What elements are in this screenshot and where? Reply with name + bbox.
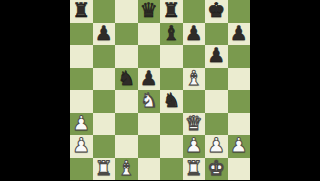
square-d1[interactable] [138,158,161,181]
square-c8[interactable] [115,0,138,23]
square-g4[interactable] [205,90,228,113]
square-c5[interactable]: ♞ [115,68,138,91]
square-b7[interactable]: ♟ [93,23,116,46]
piece-white-pawn[interactable]: ♟ [230,135,248,157]
square-b1[interactable]: ♜ [93,158,116,181]
square-b5[interactable] [93,68,116,91]
square-e4[interactable]: ♞ [160,90,183,113]
square-b8[interactable] [93,0,116,23]
square-h3[interactable] [228,113,251,136]
square-e2[interactable] [160,135,183,158]
piece-black-bishop[interactable]: ♝ [162,23,180,45]
piece-white-bishop[interactable]: ♝ [117,158,135,180]
piece-white-pawn[interactable]: ♟ [72,113,90,135]
square-d5[interactable]: ♟ [138,68,161,91]
app-background: ♜♛♜♚♟♝♟♟♟♞♟♝♞♞♟♛♟♟♟♟♜♝♜♚ [0,0,320,180]
piece-black-pawn[interactable]: ♟ [95,23,113,45]
piece-white-rook[interactable]: ♜ [95,158,113,180]
square-e5[interactable] [160,68,183,91]
square-h4[interactable] [228,90,251,113]
square-c1[interactable]: ♝ [115,158,138,181]
square-h7[interactable]: ♟ [228,23,251,46]
square-f8[interactable] [183,0,206,23]
piece-white-queen[interactable]: ♛ [185,113,203,135]
square-c4[interactable] [115,90,138,113]
square-d6[interactable] [138,45,161,68]
square-a8[interactable]: ♜ [70,0,93,23]
square-h6[interactable] [228,45,251,68]
square-h8[interactable] [228,0,251,23]
square-d3[interactable] [138,113,161,136]
piece-white-pawn[interactable]: ♟ [72,135,90,157]
square-a5[interactable] [70,68,93,91]
square-g2[interactable]: ♟ [205,135,228,158]
piece-black-pawn[interactable]: ♟ [207,45,225,67]
square-b3[interactable] [93,113,116,136]
square-a1[interactable] [70,158,93,181]
square-h1[interactable] [228,158,251,181]
piece-black-rook[interactable]: ♜ [72,0,90,22]
piece-white-rook[interactable]: ♜ [185,158,203,180]
square-d7[interactable] [138,23,161,46]
piece-black-knight[interactable]: ♞ [162,90,180,112]
square-e8[interactable]: ♜ [160,0,183,23]
square-d2[interactable] [138,135,161,158]
square-f5[interactable]: ♝ [183,68,206,91]
piece-black-pawn[interactable]: ♟ [185,23,203,45]
piece-black-pawn[interactable]: ♟ [230,23,248,45]
square-c6[interactable] [115,45,138,68]
square-f7[interactable]: ♟ [183,23,206,46]
square-a4[interactable] [70,90,93,113]
square-a2[interactable]: ♟ [70,135,93,158]
piece-white-bishop[interactable]: ♝ [185,68,203,90]
chess-board: ♜♛♜♚♟♝♟♟♟♞♟♝♞♞♟♛♟♟♟♟♜♝♜♚ [70,0,250,180]
square-c3[interactable] [115,113,138,136]
square-g6[interactable]: ♟ [205,45,228,68]
square-e3[interactable] [160,113,183,136]
square-e6[interactable] [160,45,183,68]
square-f4[interactable] [183,90,206,113]
square-a7[interactable] [70,23,93,46]
square-f2[interactable]: ♟ [183,135,206,158]
square-f1[interactable]: ♜ [183,158,206,181]
square-g3[interactable] [205,113,228,136]
piece-black-knight[interactable]: ♞ [117,68,135,90]
square-f3[interactable]: ♛ [183,113,206,136]
square-b4[interactable] [93,90,116,113]
square-h2[interactable]: ♟ [228,135,251,158]
square-f6[interactable] [183,45,206,68]
piece-white-pawn[interactable]: ♟ [207,135,225,157]
square-g5[interactable] [205,68,228,91]
square-c7[interactable] [115,23,138,46]
piece-black-queen[interactable]: ♛ [140,0,158,22]
square-e1[interactable] [160,158,183,181]
piece-black-king[interactable]: ♚ [207,0,225,22]
square-d8[interactable]: ♛ [138,0,161,23]
square-g1[interactable]: ♚ [205,158,228,181]
square-d4[interactable]: ♞ [138,90,161,113]
piece-black-rook[interactable]: ♜ [162,0,180,22]
square-a3[interactable]: ♟ [70,113,93,136]
square-b6[interactable] [93,45,116,68]
square-b2[interactable] [93,135,116,158]
square-h5[interactable] [228,68,251,91]
square-g8[interactable]: ♚ [205,0,228,23]
piece-black-pawn[interactable]: ♟ [140,68,158,90]
piece-white-knight[interactable]: ♞ [140,90,158,112]
square-e7[interactable]: ♝ [160,23,183,46]
square-g7[interactable] [205,23,228,46]
piece-white-king[interactable]: ♚ [207,158,225,180]
square-a6[interactable] [70,45,93,68]
square-c2[interactable] [115,135,138,158]
piece-white-pawn[interactable]: ♟ [185,135,203,157]
